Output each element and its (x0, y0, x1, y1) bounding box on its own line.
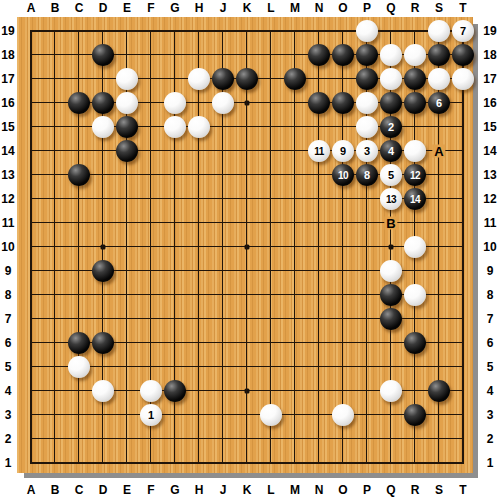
intersection-Q11[interactable]: B (379, 211, 403, 235)
intersection-M17[interactable] (283, 67, 307, 91)
intersection-Q12[interactable]: 13 (379, 187, 403, 211)
intersection-B8[interactable] (43, 283, 67, 307)
intersection-H11[interactable] (187, 211, 211, 235)
intersection-B4[interactable] (43, 379, 67, 403)
intersection-E5[interactable] (115, 355, 139, 379)
intersection-L10[interactable] (259, 235, 283, 259)
intersection-B7[interactable] (43, 307, 67, 331)
intersection-A6[interactable] (19, 331, 43, 355)
intersection-Q4[interactable] (379, 379, 403, 403)
intersection-J15[interactable] (211, 115, 235, 139)
intersection-Q13[interactable]: 5 (379, 163, 403, 187)
intersection-C13[interactable] (67, 163, 91, 187)
intersection-E18[interactable] (115, 43, 139, 67)
intersection-L16[interactable] (259, 91, 283, 115)
intersection-N19[interactable] (307, 19, 331, 43)
intersection-F6[interactable] (139, 331, 163, 355)
intersection-L3[interactable] (259, 403, 283, 427)
intersection-B17[interactable] (43, 67, 67, 91)
intersection-R13[interactable]: 12 (403, 163, 427, 187)
intersection-O10[interactable] (331, 235, 355, 259)
intersection-G3[interactable] (163, 403, 187, 427)
intersection-S18[interactable] (427, 43, 451, 67)
intersection-K8[interactable] (235, 283, 259, 307)
intersection-G11[interactable] (163, 211, 187, 235)
intersection-N4[interactable] (307, 379, 331, 403)
intersection-F1[interactable] (139, 451, 163, 475)
intersection-D2[interactable] (91, 427, 115, 451)
intersection-R6[interactable] (403, 331, 427, 355)
intersection-H9[interactable] (187, 259, 211, 283)
intersection-L11[interactable] (259, 211, 283, 235)
intersection-H6[interactable] (187, 331, 211, 355)
intersection-L2[interactable] (259, 427, 283, 451)
intersection-T2[interactable] (451, 427, 475, 451)
intersection-T3[interactable] (451, 403, 475, 427)
intersection-O11[interactable] (331, 211, 355, 235)
intersection-Q6[interactable] (379, 331, 403, 355)
intersection-C10[interactable] (67, 235, 91, 259)
intersection-S2[interactable] (427, 427, 451, 451)
intersection-S14[interactable]: A (427, 139, 451, 163)
intersection-Q3[interactable] (379, 403, 403, 427)
intersection-K16[interactable] (235, 91, 259, 115)
intersection-K7[interactable] (235, 307, 259, 331)
intersection-C4[interactable] (67, 379, 91, 403)
intersection-E2[interactable] (115, 427, 139, 451)
intersection-P19[interactable] (355, 19, 379, 43)
intersection-P6[interactable] (355, 331, 379, 355)
intersection-K1[interactable] (235, 451, 259, 475)
intersection-D4[interactable] (91, 379, 115, 403)
intersection-Q19[interactable] (379, 19, 403, 43)
intersection-Q10[interactable] (379, 235, 403, 259)
intersection-R9[interactable] (403, 259, 427, 283)
intersection-J9[interactable] (211, 259, 235, 283)
intersection-L4[interactable] (259, 379, 283, 403)
intersection-K9[interactable] (235, 259, 259, 283)
intersection-M3[interactable] (283, 403, 307, 427)
intersection-A15[interactable] (19, 115, 43, 139)
intersection-P4[interactable] (355, 379, 379, 403)
intersection-H7[interactable] (187, 307, 211, 331)
intersection-T5[interactable] (451, 355, 475, 379)
intersection-M4[interactable] (283, 379, 307, 403)
intersection-N6[interactable] (307, 331, 331, 355)
intersection-D18[interactable] (91, 43, 115, 67)
intersection-S9[interactable] (427, 259, 451, 283)
intersection-B1[interactable] (43, 451, 67, 475)
intersection-Q16[interactable] (379, 91, 403, 115)
intersection-K10[interactable] (235, 235, 259, 259)
intersection-O6[interactable] (331, 331, 355, 355)
intersection-S17[interactable] (427, 67, 451, 91)
intersection-Q14[interactable]: 4 (379, 139, 403, 163)
intersection-E13[interactable] (115, 163, 139, 187)
intersection-T17[interactable] (451, 67, 475, 91)
intersection-H4[interactable] (187, 379, 211, 403)
intersection-P15[interactable] (355, 115, 379, 139)
intersection-J4[interactable] (211, 379, 235, 403)
intersection-E17[interactable] (115, 67, 139, 91)
intersection-H14[interactable] (187, 139, 211, 163)
intersection-M18[interactable] (283, 43, 307, 67)
intersection-C12[interactable] (67, 187, 91, 211)
intersection-P10[interactable] (355, 235, 379, 259)
intersection-K14[interactable] (235, 139, 259, 163)
intersection-D3[interactable] (91, 403, 115, 427)
intersection-K18[interactable] (235, 43, 259, 67)
intersection-Q7[interactable] (379, 307, 403, 331)
intersection-E16[interactable] (115, 91, 139, 115)
intersection-A17[interactable] (19, 67, 43, 91)
intersection-L15[interactable] (259, 115, 283, 139)
intersection-T12[interactable] (451, 187, 475, 211)
intersection-G6[interactable] (163, 331, 187, 355)
intersection-Q9[interactable] (379, 259, 403, 283)
intersection-E19[interactable] (115, 19, 139, 43)
intersection-E4[interactable] (115, 379, 139, 403)
intersection-H13[interactable] (187, 163, 211, 187)
intersection-R2[interactable] (403, 427, 427, 451)
intersection-J16[interactable] (211, 91, 235, 115)
intersection-R8[interactable] (403, 283, 427, 307)
intersection-R10[interactable] (403, 235, 427, 259)
intersection-P7[interactable] (355, 307, 379, 331)
intersection-H17[interactable] (187, 67, 211, 91)
intersection-K4[interactable] (235, 379, 259, 403)
intersection-R15[interactable] (403, 115, 427, 139)
intersection-S11[interactable] (427, 211, 451, 235)
intersection-Q17[interactable] (379, 67, 403, 91)
intersection-B15[interactable] (43, 115, 67, 139)
intersection-R18[interactable] (403, 43, 427, 67)
intersection-H1[interactable] (187, 451, 211, 475)
intersection-N17[interactable] (307, 67, 331, 91)
intersection-N15[interactable] (307, 115, 331, 139)
intersection-P16[interactable] (355, 91, 379, 115)
intersection-L6[interactable] (259, 331, 283, 355)
intersection-D11[interactable] (91, 211, 115, 235)
intersection-C17[interactable] (67, 67, 91, 91)
intersection-A5[interactable] (19, 355, 43, 379)
intersection-C15[interactable] (67, 115, 91, 139)
intersection-S6[interactable] (427, 331, 451, 355)
intersection-A14[interactable] (19, 139, 43, 163)
intersection-P2[interactable] (355, 427, 379, 451)
intersection-O5[interactable] (331, 355, 355, 379)
intersection-F4[interactable] (139, 379, 163, 403)
intersection-M15[interactable] (283, 115, 307, 139)
intersection-P18[interactable] (355, 43, 379, 67)
intersection-N10[interactable] (307, 235, 331, 259)
intersection-E3[interactable] (115, 403, 139, 427)
intersection-S13[interactable] (427, 163, 451, 187)
intersection-J1[interactable] (211, 451, 235, 475)
intersection-A9[interactable] (19, 259, 43, 283)
intersection-D17[interactable] (91, 67, 115, 91)
intersection-F19[interactable] (139, 19, 163, 43)
intersection-J8[interactable] (211, 283, 235, 307)
intersection-B11[interactable] (43, 211, 67, 235)
intersection-Q15[interactable]: 2 (379, 115, 403, 139)
intersection-T18[interactable] (451, 43, 475, 67)
intersection-C7[interactable] (67, 307, 91, 331)
intersection-M10[interactable] (283, 235, 307, 259)
intersection-E1[interactable] (115, 451, 139, 475)
intersection-J18[interactable] (211, 43, 235, 67)
intersection-J11[interactable] (211, 211, 235, 235)
intersection-A16[interactable] (19, 91, 43, 115)
intersection-O12[interactable] (331, 187, 355, 211)
intersection-S1[interactable] (427, 451, 451, 475)
intersection-E6[interactable] (115, 331, 139, 355)
intersection-G2[interactable] (163, 427, 187, 451)
intersection-D13[interactable] (91, 163, 115, 187)
intersection-P14[interactable]: 3 (355, 139, 379, 163)
intersection-S12[interactable] (427, 187, 451, 211)
intersection-N12[interactable] (307, 187, 331, 211)
intersection-T6[interactable] (451, 331, 475, 355)
intersection-D8[interactable] (91, 283, 115, 307)
intersection-D12[interactable] (91, 187, 115, 211)
intersection-L8[interactable] (259, 283, 283, 307)
intersection-Q8[interactable] (379, 283, 403, 307)
intersection-T19[interactable]: 7 (451, 19, 475, 43)
intersection-O18[interactable] (331, 43, 355, 67)
intersection-N18[interactable] (307, 43, 331, 67)
intersection-G1[interactable] (163, 451, 187, 475)
intersection-M12[interactable] (283, 187, 307, 211)
intersection-A3[interactable] (19, 403, 43, 427)
intersection-H15[interactable] (187, 115, 211, 139)
intersection-P17[interactable] (355, 67, 379, 91)
intersection-J10[interactable] (211, 235, 235, 259)
intersection-F3[interactable]: 1 (139, 403, 163, 427)
intersection-F11[interactable] (139, 211, 163, 235)
intersection-R17[interactable] (403, 67, 427, 91)
intersection-G15[interactable] (163, 115, 187, 139)
intersection-A8[interactable] (19, 283, 43, 307)
intersection-L18[interactable] (259, 43, 283, 67)
intersection-A1[interactable] (19, 451, 43, 475)
intersection-D6[interactable] (91, 331, 115, 355)
intersection-G16[interactable] (163, 91, 187, 115)
intersection-A13[interactable] (19, 163, 43, 187)
intersection-B18[interactable] (43, 43, 67, 67)
intersection-A7[interactable] (19, 307, 43, 331)
intersection-R19[interactable] (403, 19, 427, 43)
intersection-F17[interactable] (139, 67, 163, 91)
intersection-F18[interactable] (139, 43, 163, 67)
intersection-J2[interactable] (211, 427, 235, 451)
intersection-N7[interactable] (307, 307, 331, 331)
intersection-L19[interactable] (259, 19, 283, 43)
intersection-L12[interactable] (259, 187, 283, 211)
intersection-O8[interactable] (331, 283, 355, 307)
intersection-R11[interactable] (403, 211, 427, 235)
intersection-G8[interactable] (163, 283, 187, 307)
intersection-F13[interactable] (139, 163, 163, 187)
intersection-O13[interactable]: 10 (331, 163, 355, 187)
intersection-R1[interactable] (403, 451, 427, 475)
intersection-F12[interactable] (139, 187, 163, 211)
intersection-K19[interactable] (235, 19, 259, 43)
intersection-O19[interactable] (331, 19, 355, 43)
intersection-Q1[interactable] (379, 451, 403, 475)
intersection-H8[interactable] (187, 283, 211, 307)
intersection-F7[interactable] (139, 307, 163, 331)
intersection-O1[interactable] (331, 451, 355, 475)
intersection-G14[interactable] (163, 139, 187, 163)
intersection-K13[interactable] (235, 163, 259, 187)
intersection-C1[interactable] (67, 451, 91, 475)
intersection-A2[interactable] (19, 427, 43, 451)
intersection-S7[interactable] (427, 307, 451, 331)
intersection-K3[interactable] (235, 403, 259, 427)
intersection-B14[interactable] (43, 139, 67, 163)
intersection-C11[interactable] (67, 211, 91, 235)
intersection-R16[interactable] (403, 91, 427, 115)
intersection-M5[interactable] (283, 355, 307, 379)
intersection-B6[interactable] (43, 331, 67, 355)
intersection-S5[interactable] (427, 355, 451, 379)
intersection-T1[interactable] (451, 451, 475, 475)
intersection-P5[interactable] (355, 355, 379, 379)
intersection-J5[interactable] (211, 355, 235, 379)
intersection-R4[interactable] (403, 379, 427, 403)
intersection-Q2[interactable] (379, 427, 403, 451)
intersection-H18[interactable] (187, 43, 211, 67)
intersection-Q18[interactable] (379, 43, 403, 67)
intersection-F2[interactable] (139, 427, 163, 451)
intersection-N16[interactable] (307, 91, 331, 115)
intersection-N9[interactable] (307, 259, 331, 283)
intersection-S3[interactable] (427, 403, 451, 427)
intersection-G13[interactable] (163, 163, 187, 187)
intersection-S15[interactable] (427, 115, 451, 139)
intersection-C14[interactable] (67, 139, 91, 163)
intersection-O2[interactable] (331, 427, 355, 451)
intersection-N1[interactable] (307, 451, 331, 475)
intersection-H16[interactable] (187, 91, 211, 115)
intersection-H3[interactable] (187, 403, 211, 427)
intersection-C19[interactable] (67, 19, 91, 43)
intersection-D16[interactable] (91, 91, 115, 115)
intersection-J14[interactable] (211, 139, 235, 163)
intersection-F5[interactable] (139, 355, 163, 379)
intersection-P8[interactable] (355, 283, 379, 307)
intersection-F14[interactable] (139, 139, 163, 163)
intersection-T15[interactable] (451, 115, 475, 139)
intersection-M11[interactable] (283, 211, 307, 235)
intersection-C2[interactable] (67, 427, 91, 451)
intersection-T7[interactable] (451, 307, 475, 331)
intersection-K6[interactable] (235, 331, 259, 355)
intersection-H5[interactable] (187, 355, 211, 379)
intersection-G17[interactable] (163, 67, 187, 91)
intersection-T4[interactable] (451, 379, 475, 403)
intersection-B16[interactable] (43, 91, 67, 115)
intersection-L14[interactable] (259, 139, 283, 163)
intersection-C6[interactable] (67, 331, 91, 355)
intersection-T9[interactable] (451, 259, 475, 283)
intersection-E9[interactable] (115, 259, 139, 283)
intersection-P11[interactable] (355, 211, 379, 235)
intersection-L5[interactable] (259, 355, 283, 379)
intersection-S8[interactable] (427, 283, 451, 307)
intersection-C16[interactable] (67, 91, 91, 115)
intersection-J13[interactable] (211, 163, 235, 187)
intersection-M14[interactable] (283, 139, 307, 163)
intersection-B2[interactable] (43, 427, 67, 451)
intersection-J17[interactable] (211, 67, 235, 91)
intersection-L9[interactable] (259, 259, 283, 283)
intersection-S19[interactable] (427, 19, 451, 43)
intersection-G10[interactable] (163, 235, 187, 259)
intersection-J19[interactable] (211, 19, 235, 43)
intersection-P3[interactable] (355, 403, 379, 427)
intersection-J3[interactable] (211, 403, 235, 427)
intersection-M19[interactable] (283, 19, 307, 43)
intersection-R5[interactable] (403, 355, 427, 379)
intersection-B5[interactable] (43, 355, 67, 379)
intersection-R12[interactable]: 14 (403, 187, 427, 211)
intersection-O15[interactable] (331, 115, 355, 139)
intersection-K17[interactable] (235, 67, 259, 91)
intersection-N8[interactable] (307, 283, 331, 307)
intersection-M7[interactable] (283, 307, 307, 331)
intersection-A11[interactable] (19, 211, 43, 235)
intersection-E12[interactable] (115, 187, 139, 211)
intersection-T8[interactable] (451, 283, 475, 307)
intersection-G7[interactable] (163, 307, 187, 331)
intersection-S10[interactable] (427, 235, 451, 259)
intersection-O14[interactable]: 9 (331, 139, 355, 163)
intersection-E15[interactable] (115, 115, 139, 139)
intersection-R7[interactable] (403, 307, 427, 331)
intersection-N11[interactable] (307, 211, 331, 235)
intersection-M2[interactable] (283, 427, 307, 451)
intersection-A10[interactable] (19, 235, 43, 259)
intersection-F16[interactable] (139, 91, 163, 115)
intersection-T13[interactable] (451, 163, 475, 187)
intersection-F15[interactable] (139, 115, 163, 139)
intersection-M9[interactable] (283, 259, 307, 283)
intersection-L7[interactable] (259, 307, 283, 331)
intersection-G19[interactable] (163, 19, 187, 43)
intersection-B10[interactable] (43, 235, 67, 259)
intersection-F8[interactable] (139, 283, 163, 307)
intersection-Q5[interactable] (379, 355, 403, 379)
intersection-O7[interactable] (331, 307, 355, 331)
intersection-B3[interactable] (43, 403, 67, 427)
intersection-M8[interactable] (283, 283, 307, 307)
intersection-E8[interactable] (115, 283, 139, 307)
intersection-D15[interactable] (91, 115, 115, 139)
intersection-D9[interactable] (91, 259, 115, 283)
intersection-N2[interactable] (307, 427, 331, 451)
intersection-J12[interactable] (211, 187, 235, 211)
intersection-D10[interactable] (91, 235, 115, 259)
intersection-E7[interactable] (115, 307, 139, 331)
intersection-J6[interactable] (211, 331, 235, 355)
intersection-N13[interactable] (307, 163, 331, 187)
intersection-N14[interactable]: 11 (307, 139, 331, 163)
intersection-K2[interactable] (235, 427, 259, 451)
intersection-G12[interactable] (163, 187, 187, 211)
intersection-G4[interactable] (163, 379, 187, 403)
